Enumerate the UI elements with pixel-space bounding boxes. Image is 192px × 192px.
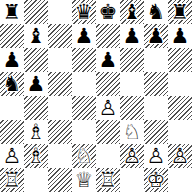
square-d7[interactable]: ♟	[72, 24, 96, 48]
black-rook-piece: ♜	[171, 0, 190, 24]
square-h5[interactable]	[168, 72, 192, 96]
square-b7[interactable]: ♝	[24, 24, 48, 48]
square-b4[interactable]	[24, 96, 48, 120]
square-b2[interactable]: ♗	[24, 144, 48, 168]
square-a5[interactable]: ♞	[0, 72, 24, 96]
square-f8[interactable]: ♝	[120, 0, 144, 24]
black-rook-piece: ♜	[3, 0, 22, 24]
square-b1[interactable]	[24, 168, 48, 192]
square-g2[interactable]: ♙	[144, 144, 168, 168]
square-h6[interactable]	[168, 48, 192, 72]
square-g4[interactable]	[144, 96, 168, 120]
white-bishop-piece: ♗	[27, 144, 46, 168]
square-a4[interactable]	[0, 96, 24, 120]
square-a2[interactable]: ♙	[0, 144, 24, 168]
square-g6[interactable]	[144, 48, 168, 72]
square-d3[interactable]	[72, 120, 96, 144]
square-c2[interactable]	[48, 144, 72, 168]
white-queen-piece: ♕	[75, 168, 94, 192]
square-f4[interactable]	[120, 96, 144, 120]
square-a6[interactable]: ♟	[0, 48, 24, 72]
black-bishop-piece: ♝	[123, 0, 142, 24]
square-d4[interactable]	[72, 96, 96, 120]
white-rook-piece: ♖	[99, 168, 118, 192]
chess-board: ♜♛♚♝♞♜♝♟♟♟♟♟♟♞♟♙♗♘♙♗♘♙♙♙♖♕♖♔	[0, 0, 192, 192]
square-e7[interactable]	[96, 24, 120, 48]
square-d6[interactable]	[72, 48, 96, 72]
black-king-piece: ♚	[99, 0, 118, 24]
square-c8[interactable]	[48, 0, 72, 24]
square-d2[interactable]: ♘	[72, 144, 96, 168]
square-c5[interactable]	[48, 72, 72, 96]
black-queen-piece: ♛	[75, 0, 94, 24]
square-a1[interactable]: ♖	[0, 168, 24, 192]
black-pawn-piece: ♟	[171, 24, 190, 48]
black-knight-piece: ♞	[147, 0, 166, 24]
square-c1[interactable]	[48, 168, 72, 192]
square-f6[interactable]	[120, 48, 144, 72]
square-b3[interactable]: ♗	[24, 120, 48, 144]
white-pawn-piece: ♙	[147, 144, 166, 168]
square-e3[interactable]	[96, 120, 120, 144]
square-g5[interactable]	[144, 72, 168, 96]
white-rook-piece: ♖	[3, 168, 22, 192]
square-d5[interactable]	[72, 72, 96, 96]
square-h1[interactable]	[168, 168, 192, 192]
black-pawn-piece: ♟	[123, 24, 142, 48]
square-g1[interactable]: ♔	[144, 168, 168, 192]
black-pawn-piece: ♟	[147, 24, 166, 48]
white-knight-piece: ♘	[75, 144, 94, 168]
square-c4[interactable]	[48, 96, 72, 120]
square-c7[interactable]	[48, 24, 72, 48]
black-pawn-piece: ♟	[3, 48, 22, 72]
black-pawn-piece: ♟	[99, 48, 118, 72]
square-h3[interactable]	[168, 120, 192, 144]
square-f3[interactable]: ♘	[120, 120, 144, 144]
white-pawn-piece: ♙	[123, 144, 142, 168]
white-pawn-piece: ♙	[99, 96, 118, 120]
black-pawn-piece: ♟	[27, 72, 46, 96]
white-bishop-piece: ♗	[27, 120, 46, 144]
square-e6[interactable]: ♟	[96, 48, 120, 72]
square-e5[interactable]	[96, 72, 120, 96]
square-g8[interactable]: ♞	[144, 0, 168, 24]
square-f7[interactable]: ♟	[120, 24, 144, 48]
square-f2[interactable]: ♙	[120, 144, 144, 168]
square-b5[interactable]: ♟	[24, 72, 48, 96]
square-e4[interactable]: ♙	[96, 96, 120, 120]
square-a3[interactable]	[0, 120, 24, 144]
square-g7[interactable]: ♟	[144, 24, 168, 48]
square-c3[interactable]	[48, 120, 72, 144]
square-g3[interactable]	[144, 120, 168, 144]
square-e8[interactable]: ♚	[96, 0, 120, 24]
square-d1[interactable]: ♕	[72, 168, 96, 192]
square-a8[interactable]: ♜	[0, 0, 24, 24]
square-c6[interactable]	[48, 48, 72, 72]
square-h8[interactable]: ♜	[168, 0, 192, 24]
black-knight-piece: ♞	[3, 72, 22, 96]
square-e2[interactable]	[96, 144, 120, 168]
square-h2[interactable]: ♙	[168, 144, 192, 168]
square-h4[interactable]	[168, 96, 192, 120]
black-pawn-piece: ♟	[75, 24, 94, 48]
white-pawn-piece: ♙	[171, 144, 190, 168]
square-d8[interactable]: ♛	[72, 0, 96, 24]
square-f5[interactable]	[120, 72, 144, 96]
white-pawn-piece: ♙	[3, 144, 22, 168]
black-bishop-piece: ♝	[27, 24, 46, 48]
square-f1[interactable]	[120, 168, 144, 192]
square-e1[interactable]: ♖	[96, 168, 120, 192]
square-a7[interactable]	[0, 24, 24, 48]
square-b6[interactable]	[24, 48, 48, 72]
square-b8[interactable]	[24, 0, 48, 24]
white-knight-piece: ♘	[123, 120, 142, 144]
white-king-piece: ♔	[147, 168, 166, 192]
square-h7[interactable]: ♟	[168, 24, 192, 48]
